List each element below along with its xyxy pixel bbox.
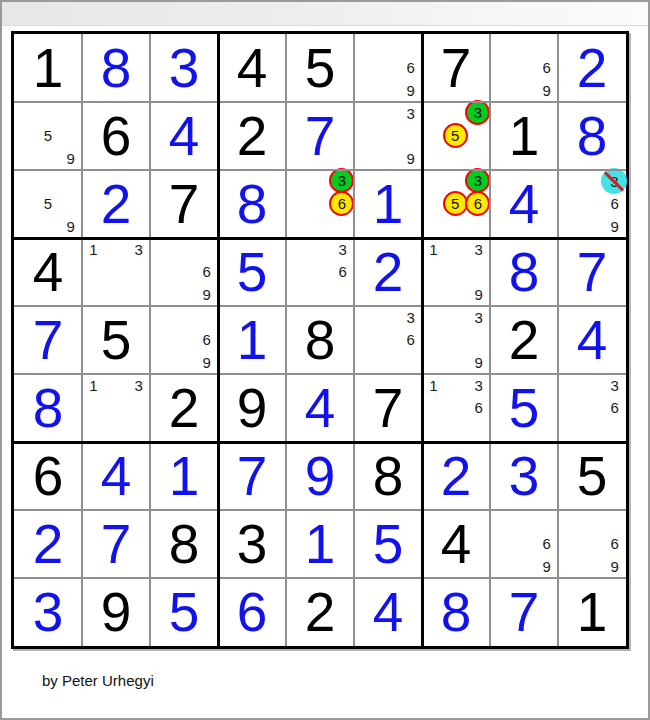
pencil-mark-1: 1 [422, 238, 445, 261]
solved-digit: 4 [82, 442, 150, 510]
solved-digit: 3 [150, 34, 218, 102]
solved-digit: 2 [82, 170, 150, 238]
grid-line [557, 34, 559, 646]
given-digit: 8 [150, 510, 218, 578]
cell-r1c6[interactable]: 69 [354, 34, 422, 102]
cell-r7c9[interactable]: 5 [558, 442, 626, 510]
pencil-mark-3: 3 [399, 306, 422, 329]
cell-r5c3[interactable]: 69 [150, 306, 218, 374]
cell-r3c8[interactable]: 4 [490, 170, 558, 238]
pencil-mark-9: 9 [195, 283, 218, 306]
pencil-mark-3: 3 [467, 306, 490, 329]
author-credit: by Peter Urhegyi [42, 672, 154, 689]
solved-digit: 1 [354, 170, 422, 238]
cell-r5c6[interactable]: 36 [354, 306, 422, 374]
cell-r5c9[interactable]: 4 [558, 306, 626, 374]
cell-r9c7[interactable]: 8 [422, 578, 490, 646]
cell-r2c6[interactable]: 39 [354, 102, 422, 170]
cell-r8c5[interactable]: 1 [286, 510, 354, 578]
cell-r2c5[interactable]: 7 [286, 102, 354, 170]
cell-r5c5[interactable]: 8 [286, 306, 354, 374]
cell-r7c2[interactable]: 4 [82, 442, 150, 510]
cell-r5c4[interactable]: 1 [218, 306, 286, 374]
given-digit: 8 [354, 442, 422, 510]
pencil-mark-9: 9 [59, 147, 82, 170]
given-digit: 2 [150, 374, 218, 442]
cell-r3c1[interactable]: 59 [14, 170, 82, 238]
solved-digit: 2 [558, 34, 626, 102]
candidate-mark-6-yellow: 6 [465, 191, 490, 216]
cell-r6c2[interactable]: 13 [82, 374, 150, 442]
cell-r5c8[interactable]: 2 [490, 306, 558, 374]
pencil-mark-3: 3 [127, 374, 150, 397]
cell-r5c7[interactable]: 39 [422, 306, 490, 374]
pencil-mark-1: 1 [82, 374, 105, 397]
given-digit: 5 [82, 306, 150, 374]
solved-digit: 1 [150, 442, 218, 510]
cell-r4c3[interactable]: 69 [150, 238, 218, 306]
cell-r6c9[interactable]: 36 [558, 374, 626, 442]
cell-r4c6[interactable]: 2 [354, 238, 422, 306]
cell-r3c5[interactable]: 36 [286, 170, 354, 238]
pencil-mark-6: 6 [603, 397, 626, 420]
given-digit: 5 [286, 34, 354, 102]
cell-r7c1[interactable]: 6 [14, 442, 82, 510]
cell-r2c3[interactable]: 4 [150, 102, 218, 170]
cell-r1c7[interactable]: 7 [422, 34, 490, 102]
solved-digit: 2 [422, 442, 490, 510]
grid-line [14, 509, 626, 511]
candidate-mark-5-yellow: 5 [443, 123, 468, 148]
cell-r2c2[interactable]: 6 [82, 102, 150, 170]
pencil-mark-1: 1 [82, 238, 105, 261]
title-bar [2, 2, 648, 26]
cell-r6c5[interactable]: 4 [286, 374, 354, 442]
grid-line [489, 34, 491, 646]
solved-digit: 5 [490, 374, 558, 442]
box-border-line [14, 441, 626, 444]
pencil-mark-9: 9 [467, 283, 490, 306]
solved-digit: 8 [218, 170, 286, 238]
solved-digit: 7 [558, 238, 626, 306]
given-digit: 1 [558, 578, 626, 646]
cell-r9c6[interactable]: 4 [354, 578, 422, 646]
pencil-mark-9: 9 [535, 555, 558, 578]
grid-line [149, 34, 151, 646]
cell-r9c5[interactable]: 2 [286, 578, 354, 646]
pencil-mark-6: 6 [331, 261, 354, 284]
pencil-mark-5: 5 [37, 125, 60, 148]
cell-r2c4[interactable]: 2 [218, 102, 286, 170]
pencil-mark-6: 6 [535, 57, 558, 80]
given-digit: 8 [286, 306, 354, 374]
given-digit: 9 [82, 578, 150, 646]
cell-r4c9[interactable]: 7 [558, 238, 626, 306]
grid-line [14, 373, 626, 375]
pencil-mark-1: 1 [422, 374, 445, 397]
cell-r9c3[interactable]: 5 [150, 578, 218, 646]
pencil-mark-6: 6 [399, 329, 422, 352]
grid-line [14, 305, 626, 307]
solved-digit: 4 [558, 306, 626, 374]
cell-r8c6[interactable]: 5 [354, 510, 422, 578]
solved-digit: 2 [354, 238, 422, 306]
given-digit: 7 [422, 34, 490, 102]
candidate-mark-3-green: 3 [465, 168, 490, 193]
cell-r4c8[interactable]: 8 [490, 238, 558, 306]
sudoku-board: 1834569769259642739351859278361356469341… [11, 31, 629, 649]
solved-digit: 2 [14, 510, 82, 578]
cell-r5c1[interactable]: 7 [14, 306, 82, 374]
box-border-line [421, 34, 424, 646]
box-border-line [217, 34, 220, 646]
pencil-mark-9: 9 [603, 215, 626, 238]
grid-line [353, 34, 355, 646]
pencil-mark-9: 9 [535, 79, 558, 102]
cell-r8c8[interactable]: 69 [490, 510, 558, 578]
solved-digit: 7 [14, 306, 82, 374]
given-digit: 1 [14, 34, 82, 102]
cell-r4c4[interactable]: 5 [218, 238, 286, 306]
solved-digit: 1 [286, 510, 354, 578]
given-digit: 1 [490, 102, 558, 170]
cell-r7c6[interactable]: 8 [354, 442, 422, 510]
solved-digit: 4 [286, 374, 354, 442]
pencil-mark-9: 9 [467, 351, 490, 374]
cell-r1c5[interactable]: 5 [286, 34, 354, 102]
cell-r1c3[interactable]: 3 [150, 34, 218, 102]
candidate-mark-3-green: 3 [329, 168, 354, 193]
pencil-mark-9: 9 [603, 555, 626, 578]
solved-digit: 1 [218, 306, 286, 374]
cell-r7c8[interactable]: 3 [490, 442, 558, 510]
given-digit: 6 [82, 102, 150, 170]
pencil-mark-5: 5 [37, 193, 60, 216]
cell-r3c3[interactable]: 7 [150, 170, 218, 238]
pencil-mark-3: 3 [467, 238, 490, 261]
solved-digit: 8 [558, 102, 626, 170]
solved-digit: 8 [490, 238, 558, 306]
candidate-mark-3-cyan-strike: 3 [601, 168, 627, 194]
solved-digit: 4 [490, 170, 558, 238]
given-digit: 4 [218, 34, 286, 102]
pencil-mark-6: 6 [195, 261, 218, 284]
pencil-mark-6: 6 [603, 193, 626, 216]
pencil-mark-3: 3 [603, 374, 626, 397]
given-digit: 7 [354, 374, 422, 442]
cell-r2c1[interactable]: 59 [14, 102, 82, 170]
cell-r1c2[interactable]: 8 [82, 34, 150, 102]
cell-r6c6[interactable]: 7 [354, 374, 422, 442]
solved-digit: 7 [218, 442, 286, 510]
pencil-mark-6: 6 [467, 397, 490, 420]
cell-r3c7[interactable]: 356 [422, 170, 490, 238]
given-digit: 9 [218, 374, 286, 442]
cell-r1c8[interactable]: 69 [490, 34, 558, 102]
grid-line [81, 34, 83, 646]
cell-r6c7[interactable]: 136 [422, 374, 490, 442]
candidate-mark-6-yellow: 6 [329, 191, 354, 216]
solved-digit: 8 [14, 374, 82, 442]
given-digit: 7 [150, 170, 218, 238]
pencil-mark-9: 9 [399, 79, 422, 102]
given-digit: 2 [286, 578, 354, 646]
given-digit: 4 [14, 238, 82, 306]
cell-r3c6[interactable]: 1 [354, 170, 422, 238]
pencil-mark-6: 6 [195, 329, 218, 352]
cell-r4c1[interactable]: 4 [14, 238, 82, 306]
solved-digit: 8 [422, 578, 490, 646]
given-digit: 3 [218, 510, 286, 578]
cell-r9c9[interactable]: 1 [558, 578, 626, 646]
cell-r2c9[interactable]: 8 [558, 102, 626, 170]
cell-r9c2[interactable]: 9 [82, 578, 150, 646]
cell-r7c4[interactable]: 7 [218, 442, 286, 510]
cell-r8c3[interactable]: 8 [150, 510, 218, 578]
cell-r7c5[interactable]: 9 [286, 442, 354, 510]
cell-r8c2[interactable]: 7 [82, 510, 150, 578]
grid-line [14, 101, 626, 103]
given-digit: 2 [218, 102, 286, 170]
cell-r1c9[interactable]: 2 [558, 34, 626, 102]
pencil-mark-3: 3 [467, 374, 490, 397]
cell-r6c8[interactable]: 5 [490, 374, 558, 442]
solved-digit: 5 [218, 238, 286, 306]
grid-line [14, 169, 626, 171]
pencil-mark-3: 3 [127, 238, 150, 261]
cell-r1c4[interactable]: 4 [218, 34, 286, 102]
given-digit: 2 [490, 306, 558, 374]
solved-digit: 7 [82, 510, 150, 578]
pencil-mark-6: 6 [399, 57, 422, 80]
candidate-mark-3-green: 3 [465, 100, 490, 125]
cell-r9c1[interactable]: 3 [14, 578, 82, 646]
grid-line [14, 577, 626, 579]
cell-r8c4[interactable]: 3 [218, 510, 286, 578]
cell-r2c7[interactable]: 35 [422, 102, 490, 170]
cell-r1c1[interactable]: 1 [14, 34, 82, 102]
pencil-mark-6: 6 [535, 533, 558, 556]
cell-r4c2[interactable]: 13 [82, 238, 150, 306]
cell-r4c7[interactable]: 139 [422, 238, 490, 306]
solved-digit: 8 [82, 34, 150, 102]
given-digit: 5 [558, 442, 626, 510]
cell-r7c3[interactable]: 1 [150, 442, 218, 510]
cell-r8c7[interactable]: 4 [422, 510, 490, 578]
solved-digit: 5 [354, 510, 422, 578]
candidate-mark-5-yellow: 5 [443, 191, 468, 216]
solved-digit: 4 [354, 578, 422, 646]
grid-line [285, 34, 287, 646]
cell-r9c4[interactable]: 6 [218, 578, 286, 646]
solved-digit: 9 [286, 442, 354, 510]
solved-digit: 5 [150, 578, 218, 646]
solved-digit: 6 [218, 578, 286, 646]
cell-r5c2[interactable]: 5 [82, 306, 150, 374]
solved-digit: 7 [490, 578, 558, 646]
cell-r2c8[interactable]: 1 [490, 102, 558, 170]
pencil-mark-9: 9 [59, 215, 82, 238]
pencil-mark-3: 3 [399, 102, 422, 125]
cell-r6c3[interactable]: 2 [150, 374, 218, 442]
given-digit: 6 [14, 442, 82, 510]
pencil-mark-9: 9 [195, 351, 218, 374]
cell-r3c9[interactable]: 693 [558, 170, 626, 238]
cell-r3c2[interactable]: 2 [82, 170, 150, 238]
cell-r8c1[interactable]: 2 [14, 510, 82, 578]
box-border-line [14, 237, 626, 240]
cell-r6c4[interactable]: 9 [218, 374, 286, 442]
pencil-mark-6: 6 [603, 533, 626, 556]
solved-digit: 3 [490, 442, 558, 510]
cell-r3c4[interactable]: 8 [218, 170, 286, 238]
pencil-mark-3: 3 [331, 238, 354, 261]
cell-r4c5[interactable]: 36 [286, 238, 354, 306]
cell-r7c7[interactable]: 2 [422, 442, 490, 510]
solved-digit: 7 [286, 102, 354, 170]
given-digit: 4 [422, 510, 490, 578]
cell-r8c9[interactable]: 69 [558, 510, 626, 578]
cell-r6c1[interactable]: 8 [14, 374, 82, 442]
pencil-mark-9: 9 [399, 147, 422, 170]
cell-r9c8[interactable]: 7 [490, 578, 558, 646]
solved-digit: 4 [150, 102, 218, 170]
solved-digit: 3 [14, 578, 82, 646]
